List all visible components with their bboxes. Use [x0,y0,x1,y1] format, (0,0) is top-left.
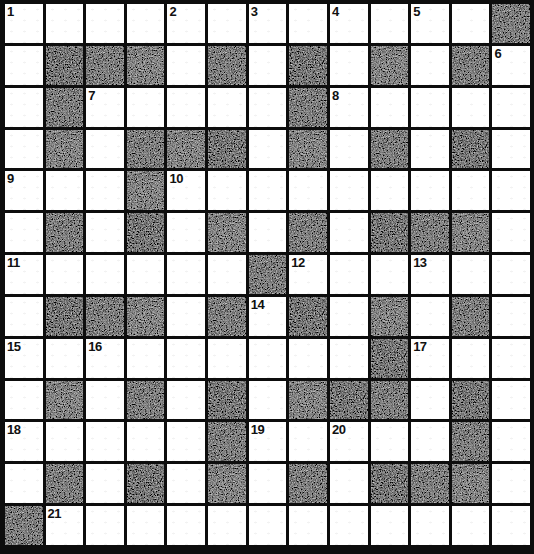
open-cell-r9c2[interactable] [86,381,124,420]
open-cell-r1c10[interactable] [411,46,449,85]
blocked-cell-r11c9 [371,464,409,503]
open-cell-r6c5[interactable] [208,255,246,294]
open-cell-r0c5[interactable] [208,4,246,43]
blocked-cell-r7c7 [289,297,327,336]
open-cell-r6c1[interactable] [46,255,84,294]
clue-number-5: 5 [413,5,420,18]
open-cell-r0c0[interactable]: 1 [5,4,43,43]
open-cell-r6c10[interactable]: 13 [411,255,449,294]
open-cell-r2c4[interactable] [167,88,205,127]
open-cell-r0c9[interactable] [371,4,409,43]
blocked-cell-r3c7 [289,130,327,169]
blocked-cell-r5c5 [208,213,246,252]
open-cell-r2c12[interactable] [492,88,530,127]
open-cell-r6c0[interactable]: 11 [5,255,43,294]
blocked-cell-r9c11 [452,381,490,420]
blocked-cell-r11c5 [208,464,246,503]
blocked-cell-r9c9 [371,381,409,420]
open-cell-r6c3[interactable] [127,255,165,294]
open-cell-r9c12[interactable] [492,381,530,420]
open-cell-r5c0[interactable] [5,213,43,252]
blocked-cell-r10c11 [452,422,490,461]
open-cell-r2c11[interactable] [452,88,490,127]
crossword-puzzle: 123456789101112131415161718192021 [0,0,534,554]
clue-number-6: 6 [494,47,501,60]
open-cell-r5c6[interactable] [249,213,287,252]
blocked-cell-r11c1 [46,464,84,503]
open-cell-r6c12[interactable] [492,255,530,294]
open-cell-r10c6[interactable]: 19 [249,422,287,461]
open-cell-r2c6[interactable] [249,88,287,127]
blocked-cell-r1c11 [452,46,490,85]
blocked-cell-r11c3 [127,464,165,503]
open-cell-r8c11[interactable] [452,339,490,378]
blocked-cell-r3c1 [46,130,84,169]
blocked-cell-r11c11 [452,464,490,503]
open-cell-r8c12[interactable] [492,339,530,378]
blocked-cell-r1c3 [127,46,165,85]
open-cell-r2c2[interactable]: 7 [86,88,124,127]
open-cell-r11c8[interactable] [330,464,368,503]
blocked-cell-r12c0 [5,506,43,545]
clue-number-14: 14 [251,298,264,311]
blocked-cell-r9c3 [127,381,165,420]
open-cell-r5c8[interactable] [330,213,368,252]
blocked-cell-r3c5 [208,130,246,169]
open-cell-r1c4[interactable] [167,46,205,85]
blocked-cell-r1c9 [371,46,409,85]
clue-number-21: 21 [48,507,61,520]
open-cell-r4c0[interactable]: 9 [5,171,43,210]
open-cell-r4c1[interactable] [46,171,84,210]
open-cell-r12c9[interactable] [371,506,409,545]
open-cell-r4c10[interactable] [411,171,449,210]
open-cell-r11c12[interactable] [492,464,530,503]
open-cell-r8c0[interactable]: 15 [5,339,43,378]
open-cell-r0c2[interactable] [86,4,124,43]
open-cell-r3c0[interactable] [5,130,43,169]
open-cell-r4c11[interactable] [452,171,490,210]
blocked-cell-r9c5 [208,381,246,420]
open-cell-r12c2[interactable] [86,506,124,545]
open-cell-r12c7[interactable] [289,506,327,545]
open-cell-r6c4[interactable] [167,255,205,294]
open-cell-r10c2[interactable] [86,422,124,461]
open-cell-r10c3[interactable] [127,422,165,461]
blocked-cell-r6c6 [249,255,287,294]
open-cell-r12c3[interactable] [127,506,165,545]
open-cell-r7c12[interactable] [492,297,530,336]
open-cell-r12c8[interactable] [330,506,368,545]
blocked-cell-r5c11 [452,213,490,252]
blocked-cell-r0c12 [492,4,530,43]
open-cell-r5c2[interactable] [86,213,124,252]
blocked-cell-r1c2 [86,46,124,85]
clue-number-16: 16 [88,340,101,353]
open-cell-r8c8[interactable] [330,339,368,378]
open-cell-r4c5[interactable] [208,171,246,210]
clue-number-2: 2 [169,5,176,18]
open-cell-r4c6[interactable] [249,171,287,210]
open-cell-r2c10[interactable] [411,88,449,127]
open-cell-r10c1[interactable] [46,422,84,461]
open-cell-r8c2[interactable]: 16 [86,339,124,378]
open-cell-r8c5[interactable] [208,339,246,378]
open-cell-r12c11[interactable] [452,506,490,545]
open-cell-r0c4[interactable]: 2 [167,4,205,43]
open-cell-r8c7[interactable] [289,339,327,378]
open-cell-r7c10[interactable] [411,297,449,336]
open-cell-r4c2[interactable] [86,171,124,210]
open-cell-r0c8[interactable]: 4 [330,4,368,43]
blocked-cell-r10c5 [208,422,246,461]
open-cell-r2c9[interactable] [371,88,409,127]
crossword-board: 123456789101112131415161718192021 [5,4,530,545]
open-cell-r12c5[interactable] [208,506,246,545]
open-cell-r3c12[interactable] [492,130,530,169]
open-cell-r2c8[interactable]: 8 [330,88,368,127]
open-cell-r2c5[interactable] [208,88,246,127]
blocked-cell-r1c1 [46,46,84,85]
open-cell-r1c12[interactable]: 6 [492,46,530,85]
clue-number-19: 19 [251,423,264,436]
blocked-cell-r1c5 [208,46,246,85]
open-cell-r12c4[interactable] [167,506,205,545]
open-cell-r9c4[interactable] [167,381,205,420]
open-cell-r2c0[interactable] [5,88,43,127]
open-cell-r3c6[interactable] [249,130,287,169]
open-cell-r6c8[interactable] [330,255,368,294]
clue-number-3: 3 [251,5,258,18]
open-cell-r0c10[interactable]: 5 [411,4,449,43]
blocked-cell-r9c7 [289,381,327,420]
clue-number-15: 15 [7,340,20,353]
blocked-cell-r2c7 [289,88,327,127]
open-cell-r10c10[interactable] [411,422,449,461]
open-cell-r1c0[interactable] [5,46,43,85]
open-cell-r3c10[interactable] [411,130,449,169]
open-cell-r4c4[interactable]: 10 [167,171,205,210]
blocked-cell-r5c3 [127,213,165,252]
open-cell-r9c10[interactable] [411,381,449,420]
blocked-cell-r5c1 [46,213,84,252]
open-cell-r10c8[interactable]: 20 [330,422,368,461]
open-cell-r12c6[interactable] [249,506,287,545]
clue-number-13: 13 [413,256,426,269]
open-cell-r12c12[interactable] [492,506,530,545]
open-cell-r4c8[interactable] [330,171,368,210]
open-cell-r8c6[interactable] [249,339,287,378]
open-cell-r4c7[interactable] [289,171,327,210]
blocked-cell-r11c7 [289,464,327,503]
clue-number-4: 4 [332,5,339,18]
open-cell-r7c8[interactable] [330,297,368,336]
blocked-cell-r7c9 [371,297,409,336]
blocked-cell-r5c9 [371,213,409,252]
open-cell-r4c9[interactable] [371,171,409,210]
blocked-cell-r7c2 [86,297,124,336]
blocked-cell-r7c11 [452,297,490,336]
open-cell-r6c2[interactable] [86,255,124,294]
blocked-cell-r1c7 [289,46,327,85]
blocked-cell-r2c1 [46,88,84,127]
open-cell-r10c7[interactable] [289,422,327,461]
blocked-cell-r9c8 [330,381,368,420]
blocked-cell-r3c9 [371,130,409,169]
clue-number-12: 12 [291,256,304,269]
open-cell-r0c11[interactable] [452,4,490,43]
open-cell-r12c10[interactable] [411,506,449,545]
blocked-cell-r8c9 [371,339,409,378]
clue-number-20: 20 [332,423,345,436]
open-cell-r5c4[interactable] [167,213,205,252]
open-cell-r8c1[interactable] [46,339,84,378]
open-cell-r1c8[interactable] [330,46,368,85]
open-cell-r1c6[interactable] [249,46,287,85]
blocked-cell-r3c11 [452,130,490,169]
open-cell-r0c3[interactable] [127,4,165,43]
open-cell-r7c4[interactable] [167,297,205,336]
open-cell-r12c1[interactable]: 21 [46,506,84,545]
clue-number-9: 9 [7,172,14,185]
blocked-cell-r7c5 [208,297,246,336]
open-cell-r9c0[interactable] [5,381,43,420]
open-cell-r10c9[interactable] [371,422,409,461]
open-cell-r6c9[interactable] [371,255,409,294]
open-cell-r11c2[interactable] [86,464,124,503]
blocked-cell-r11c10 [411,464,449,503]
open-cell-r8c10[interactable]: 17 [411,339,449,378]
open-cell-r11c4[interactable] [167,464,205,503]
open-cell-r3c2[interactable] [86,130,124,169]
open-cell-r10c4[interactable] [167,422,205,461]
clue-number-18: 18 [7,423,20,436]
clue-number-10: 10 [169,172,182,185]
clue-number-11: 11 [7,256,20,269]
open-cell-r11c6[interactable] [249,464,287,503]
open-cell-r4c12[interactable] [492,171,530,210]
open-cell-r7c6[interactable]: 14 [249,297,287,336]
open-cell-r7c0[interactable] [5,297,43,336]
open-cell-r10c0[interactable]: 18 [5,422,43,461]
clue-number-7: 7 [88,89,95,102]
clue-number-17: 17 [413,340,426,353]
blocked-cell-r5c7 [289,213,327,252]
open-cell-r8c3[interactable] [127,339,165,378]
open-cell-r0c7[interactable] [289,4,327,43]
blocked-cell-r3c4 [167,130,205,169]
open-cell-r9c6[interactable] [249,381,287,420]
blocked-cell-r3c3 [127,130,165,169]
open-cell-r10c12[interactable] [492,422,530,461]
open-cell-r3c8[interactable] [330,130,368,169]
blocked-cell-r7c1 [46,297,84,336]
open-cell-r11c0[interactable] [5,464,43,503]
blocked-cell-r4c3 [127,171,165,210]
open-cell-r0c6[interactable]: 3 [249,4,287,43]
open-cell-r2c3[interactable] [127,88,165,127]
blocked-cell-r5c10 [411,213,449,252]
open-cell-r6c11[interactable] [452,255,490,294]
clue-number-1: 1 [7,5,14,18]
blocked-cell-r7c3 [127,297,165,336]
open-cell-r8c4[interactable] [167,339,205,378]
clue-number-8: 8 [332,89,339,102]
blocked-cell-r9c1 [46,381,84,420]
open-cell-r5c12[interactable] [492,213,530,252]
open-cell-r0c1[interactable] [46,4,84,43]
open-cell-r6c7[interactable]: 12 [289,255,327,294]
